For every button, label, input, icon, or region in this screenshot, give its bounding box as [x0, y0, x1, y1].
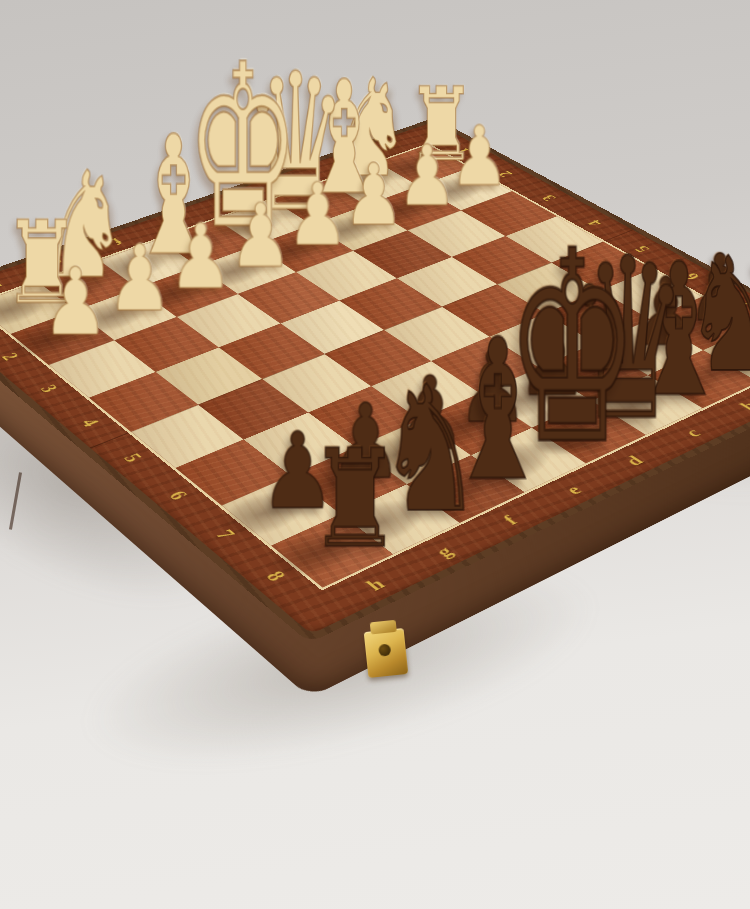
box-side-fold-seam	[9, 472, 22, 530]
board-top: ♜♞♝♚♛♝♞♜♟♟♟♟♟♟♟♟♟♟♟♟♟♟♟♟♜♞♝♚♛♝♞♜ hhggffe…	[0, 118, 750, 643]
chess-board-3d: ♜♞♝♚♛♝♞♜♟♟♟♟♟♟♟♟♟♟♟♟♟♟♟♟♜♞♝♚♛♝♞♜ hhggffe…	[0, 118, 750, 643]
piece-white-pawn-b2[interactable]: ♟	[397, 139, 451, 215]
product-photo-scene: ♜♞♝♚♛♝♞♜♟♟♟♟♟♟♟♟♟♟♟♟♟♟♟♟♜♞♝♚♛♝♞♜ hhggffe…	[0, 0, 750, 909]
piece-white-pawn-c2[interactable]: ♟	[343, 158, 398, 235]
piece-white-pawn-a2[interactable]: ♟	[449, 121, 503, 195]
piece-white-pawn-g2[interactable]: ♟	[107, 239, 166, 321]
piece-black-rook-h8[interactable]: ♜	[308, 439, 382, 561]
brass-clasp	[364, 628, 409, 678]
piece-white-pawn-f2[interactable]: ♟	[169, 218, 227, 299]
square-d4[interactable]	[339, 278, 442, 330]
piece-white-pawn-h2[interactable]: ♟	[42, 261, 102, 345]
piece-white-pawn-e2[interactable]: ♟	[229, 197, 286, 276]
piece-white-pawn-d2[interactable]: ♟	[287, 177, 343, 255]
